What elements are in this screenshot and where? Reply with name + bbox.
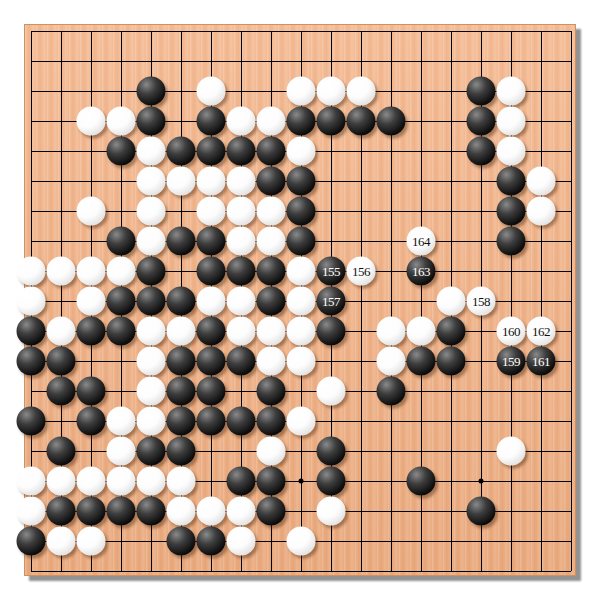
stone-black: [257, 377, 286, 406]
stone-black: [137, 437, 166, 466]
move-number-label: 157: [322, 295, 340, 308]
stone-white: [287, 287, 316, 316]
move-number-label: 156: [352, 265, 370, 278]
stone-white: [317, 497, 346, 526]
stone-black: [227, 347, 256, 376]
stone-black: [107, 227, 136, 256]
stone-white: 164: [407, 227, 436, 256]
stone-white: [137, 317, 166, 346]
stone-white: [497, 107, 526, 136]
stones-layer: 164155156163157158160162159161: [25, 25, 575, 575]
stone-white: [107, 257, 136, 286]
stone-black: [257, 287, 286, 316]
stone-black: [137, 257, 166, 286]
stone-white: [227, 497, 256, 526]
stone-black: [167, 137, 196, 166]
stone-white: [197, 497, 226, 526]
stone-black: 155: [317, 257, 346, 286]
stone-black: [197, 407, 226, 436]
stone-black: [107, 497, 136, 526]
stone-black: 161: [527, 347, 556, 376]
stone-black: [257, 257, 286, 286]
stone-black: [287, 107, 316, 136]
stone-black: [227, 137, 256, 166]
stone-white: [167, 167, 196, 196]
stone-white: [47, 317, 76, 346]
stone-white: [107, 467, 136, 496]
stone-black: [137, 107, 166, 136]
stone-white: [167, 497, 196, 526]
stone-white: [257, 437, 286, 466]
stone-white: [167, 317, 196, 346]
stone-black: [137, 77, 166, 106]
stone-black: [47, 377, 76, 406]
stone-white: [77, 197, 106, 226]
stone-black: [197, 377, 226, 406]
stone-black: 157: [317, 287, 346, 316]
move-number-label: 160: [502, 325, 520, 338]
stone-white: [287, 347, 316, 376]
stone-white: [107, 407, 136, 436]
stone-white: [287, 257, 316, 286]
stone-black: [257, 467, 286, 496]
stone-black: 163: [407, 257, 436, 286]
stone-black: [257, 137, 286, 166]
stone-black: [167, 227, 196, 256]
stone-white: [107, 437, 136, 466]
stone-white: [287, 317, 316, 346]
stone-black: [437, 317, 466, 346]
stone-white: [17, 287, 46, 316]
stone-white: [47, 467, 76, 496]
move-number-label: 159: [502, 355, 520, 368]
stone-black: [377, 107, 406, 136]
stone-black: [77, 497, 106, 526]
stone-white: [197, 287, 226, 316]
stone-black: [317, 317, 346, 346]
stone-white: [17, 497, 46, 526]
stone-white: [137, 407, 166, 436]
stone-black: [467, 137, 496, 166]
stone-white: [287, 137, 316, 166]
stone-black: [77, 407, 106, 436]
stone-black: [197, 227, 226, 256]
stone-black: [347, 107, 376, 136]
stone-white: [137, 167, 166, 196]
stone-black: [167, 437, 196, 466]
stone-white: [47, 257, 76, 286]
stone-white: [527, 197, 556, 226]
stone-black: [287, 197, 316, 226]
stone-white: 156: [347, 257, 376, 286]
stone-black: [287, 227, 316, 256]
stone-black: [317, 107, 346, 136]
stone-white: [77, 107, 106, 136]
stone-white: [527, 167, 556, 196]
move-number-label: 155: [322, 265, 340, 278]
stone-white: [227, 197, 256, 226]
stone-white: [257, 317, 286, 346]
stone-black: [227, 407, 256, 436]
stone-white: [77, 287, 106, 316]
stone-white: [257, 227, 286, 256]
stone-black: [47, 497, 76, 526]
stone-black: [107, 287, 136, 316]
go-board[interactable]: 164155156163157158160162159161: [24, 24, 576, 576]
stone-white: [317, 77, 346, 106]
stone-white: [77, 527, 106, 556]
stone-white: [227, 167, 256, 196]
stone-black: [407, 467, 436, 496]
stone-black: [317, 437, 346, 466]
stone-white: [197, 77, 226, 106]
stone-black: [257, 167, 286, 196]
stone-white: [317, 377, 346, 406]
stone-black: [137, 287, 166, 316]
move-number-label: 161: [532, 355, 550, 368]
stone-black: [167, 527, 196, 556]
stone-white: [167, 467, 196, 496]
stone-white: [107, 107, 136, 136]
stone-white: [137, 467, 166, 496]
stone-white: [227, 227, 256, 256]
stone-white: [287, 77, 316, 106]
stone-black: [497, 197, 526, 226]
stone-black: [167, 377, 196, 406]
stone-black: [467, 77, 496, 106]
stone-white: [227, 527, 256, 556]
stone-white: [497, 77, 526, 106]
stone-black: [197, 347, 226, 376]
stone-black: [257, 407, 286, 436]
stone-white: [197, 197, 226, 226]
stone-white: [77, 257, 106, 286]
stone-white: [257, 197, 286, 226]
stone-white: [47, 527, 76, 556]
move-number-label: 163: [412, 265, 430, 278]
stone-white: [137, 137, 166, 166]
stone-black: [467, 497, 496, 526]
move-number-label: 164: [412, 235, 430, 248]
stone-white: [497, 137, 526, 166]
stone-black: [167, 287, 196, 316]
stone-black: [497, 227, 526, 256]
stone-white: [17, 257, 46, 286]
stone-white: [227, 287, 256, 316]
stone-black: [257, 497, 286, 526]
stone-black: [317, 467, 346, 496]
stone-white: [437, 287, 466, 316]
stone-white: [137, 377, 166, 406]
stone-black: [227, 257, 256, 286]
stone-black: [287, 167, 316, 196]
stone-black: [407, 347, 436, 376]
stone-white: [137, 347, 166, 376]
stone-white: [197, 167, 226, 196]
stone-white: [227, 317, 256, 346]
stone-white: [77, 467, 106, 496]
stone-black: [47, 347, 76, 376]
stone-white: 160: [497, 317, 526, 346]
stone-black: [497, 167, 526, 196]
stone-black: [227, 467, 256, 496]
stone-white: [257, 347, 286, 376]
stone-black: [377, 377, 406, 406]
stone-white: [287, 407, 316, 436]
stone-black: [77, 317, 106, 346]
stone-white: [137, 197, 166, 226]
stone-black: [107, 317, 136, 346]
stone-white: [497, 437, 526, 466]
stone-black: [17, 317, 46, 346]
stone-black: [17, 407, 46, 436]
stone-white: [377, 347, 406, 376]
stone-white: [227, 107, 256, 136]
stone-black: [47, 437, 76, 466]
stone-black: [17, 347, 46, 376]
stone-white: 162: [527, 317, 556, 346]
stone-white: [407, 317, 436, 346]
stone-black: [197, 107, 226, 136]
stone-black: [167, 347, 196, 376]
stone-black: [197, 527, 226, 556]
stone-white: [17, 467, 46, 496]
stone-white: 158: [467, 287, 496, 316]
move-number-label: 162: [532, 325, 550, 338]
stone-black: [197, 137, 226, 166]
stone-black: [197, 257, 226, 286]
stone-black: [77, 377, 106, 406]
stone-black: [437, 347, 466, 376]
stone-black: [107, 137, 136, 166]
stone-white: [377, 317, 406, 346]
stone-white: [137, 227, 166, 256]
stone-white: [287, 527, 316, 556]
stone-black: [167, 407, 196, 436]
stone-black: [467, 107, 496, 136]
stone-black: [137, 497, 166, 526]
stone-white: [347, 77, 376, 106]
stone-black: [17, 527, 46, 556]
move-number-label: 158: [472, 295, 490, 308]
stone-black: 159: [497, 347, 526, 376]
stone-black: [197, 317, 226, 346]
stone-white: [257, 107, 286, 136]
